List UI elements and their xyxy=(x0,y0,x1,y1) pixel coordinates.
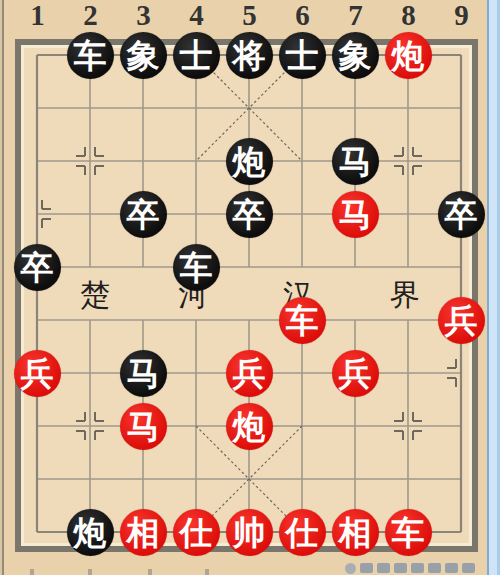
piece-black-c7r0[interactable]: 象 xyxy=(332,32,379,79)
piece-black-c3r0[interactable]: 象 xyxy=(120,32,167,79)
piece-red-c1r6[interactable]: 兵 xyxy=(14,350,61,397)
piece-red-c6r5[interactable]: 车 xyxy=(279,297,326,344)
piece-black-c1r4[interactable]: 卒 xyxy=(14,244,61,291)
piece-black-c7r2[interactable]: 马 xyxy=(332,138,379,185)
piece-black-c2r0[interactable]: 车 xyxy=(67,32,114,79)
piece-red-c7r6[interactable]: 兵 xyxy=(332,350,379,397)
piece-black-c4r4[interactable]: 车 xyxy=(173,244,220,291)
piece-black-c4r0[interactable]: 士 xyxy=(173,32,220,79)
xiangqi-board[interactable]: 楚河汉界 车象士将士象炮炮马卒卒马卒卒车车兵兵马兵兵马炮炮相仕帅仕相车 xyxy=(0,0,500,575)
piece-red-c8r9[interactable]: 车 xyxy=(385,509,432,556)
piece-red-c7r9[interactable]: 相 xyxy=(332,509,379,556)
piece-red-c7r3[interactable]: 马 xyxy=(332,191,379,238)
board-grid xyxy=(0,0,500,575)
piece-black-c6r0[interactable]: 士 xyxy=(279,32,326,79)
piece-red-c9r5[interactable]: 兵 xyxy=(438,297,485,344)
piece-black-c5r3[interactable]: 卒 xyxy=(226,191,273,238)
piece-red-c5r7[interactable]: 炮 xyxy=(226,403,273,450)
piece-red-c5r9[interactable]: 帅 xyxy=(226,509,273,556)
piece-red-c6r9[interactable]: 仕 xyxy=(279,509,326,556)
river-char-4: 界 xyxy=(387,277,423,313)
piece-black-c9r3[interactable]: 卒 xyxy=(438,191,485,238)
bottom-watermark-remnant xyxy=(0,569,340,575)
watermark xyxy=(345,563,495,575)
piece-red-c3r9[interactable]: 相 xyxy=(120,509,167,556)
piece-red-c4r9[interactable]: 仕 xyxy=(173,509,220,556)
piece-black-c5r0[interactable]: 将 xyxy=(226,32,273,79)
piece-black-c2r9[interactable]: 炮 xyxy=(67,509,114,556)
piece-black-c3r6[interactable]: 马 xyxy=(120,350,167,397)
watermark-icon xyxy=(345,563,356,574)
piece-red-c8r0[interactable]: 炮 xyxy=(385,32,432,79)
piece-red-c5r6[interactable]: 兵 xyxy=(226,350,273,397)
piece-black-c5r2[interactable]: 炮 xyxy=(226,138,273,185)
xiangqi-app-screen: 123456789 楚河汉界 车象士将士象炮炮马卒卒马卒卒车车兵兵马兵兵马炮炮相… xyxy=(0,0,500,575)
piece-red-c3r7[interactable]: 马 xyxy=(120,403,167,450)
right-edge-strip xyxy=(487,0,500,575)
piece-black-c3r3[interactable]: 卒 xyxy=(120,191,167,238)
river-char-1: 楚 xyxy=(77,277,113,313)
